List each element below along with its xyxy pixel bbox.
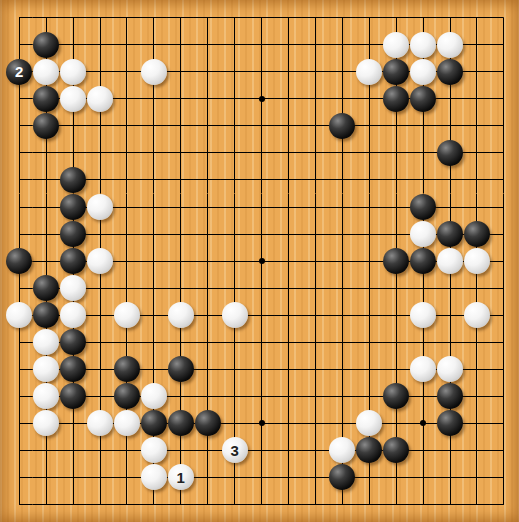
intersection-9-16[interactable] — [248, 437, 275, 464]
intersection-7-1[interactable] — [194, 31, 221, 58]
intersection-5-17[interactable] — [140, 464, 167, 491]
intersection-13-14[interactable] — [356, 383, 383, 410]
intersection-4-18[interactable] — [113, 491, 140, 518]
intersection-4-4[interactable] — [113, 112, 140, 139]
intersection-0-6[interactable] — [6, 166, 33, 193]
intersection-18-6[interactable] — [490, 166, 517, 193]
intersection-8-1[interactable] — [221, 31, 248, 58]
intersection-15-4[interactable] — [410, 112, 437, 139]
intersection-6-18[interactable] — [167, 491, 194, 518]
intersection-2-2[interactable] — [60, 58, 87, 85]
intersection-12-17[interactable] — [329, 464, 356, 491]
intersection-14-10[interactable] — [383, 275, 410, 302]
intersection-7-8[interactable] — [194, 221, 221, 248]
intersection-7-12[interactable] — [194, 329, 221, 356]
intersection-11-1[interactable] — [302, 31, 329, 58]
intersection-2-12[interactable] — [60, 329, 87, 356]
intersection-6-7[interactable] — [167, 194, 194, 221]
intersection-14-12[interactable] — [383, 329, 410, 356]
intersection-7-6[interactable] — [194, 166, 221, 193]
intersection-12-10[interactable] — [329, 275, 356, 302]
intersection-2-6[interactable] — [60, 166, 87, 193]
intersection-13-5[interactable] — [356, 139, 383, 166]
intersection-16-16[interactable] — [437, 437, 464, 464]
intersection-10-5[interactable] — [275, 139, 302, 166]
intersection-10-7[interactable] — [275, 194, 302, 221]
intersection-9-3[interactable] — [248, 85, 275, 112]
intersection-8-14[interactable] — [221, 383, 248, 410]
intersection-15-9[interactable] — [410, 248, 437, 275]
intersection-13-9[interactable] — [356, 248, 383, 275]
intersection-6-1[interactable] — [167, 31, 194, 58]
intersection-8-0[interactable] — [221, 4, 248, 31]
intersection-3-8[interactable] — [87, 221, 114, 248]
intersection-9-11[interactable] — [248, 302, 275, 329]
intersection-16-11[interactable] — [437, 302, 464, 329]
intersection-17-11[interactable] — [463, 302, 490, 329]
intersection-11-2[interactable] — [302, 58, 329, 85]
intersection-11-9[interactable] — [302, 248, 329, 275]
intersection-8-2[interactable] — [221, 58, 248, 85]
intersection-4-8[interactable] — [113, 221, 140, 248]
intersection-17-16[interactable] — [463, 437, 490, 464]
intersection-4-17[interactable] — [113, 464, 140, 491]
intersection-14-18[interactable] — [383, 491, 410, 518]
intersection-14-15[interactable] — [383, 410, 410, 437]
intersection-10-9[interactable] — [275, 248, 302, 275]
intersection-9-8[interactable] — [248, 221, 275, 248]
intersection-6-17[interactable]: 1 — [167, 464, 194, 491]
intersection-4-16[interactable] — [113, 437, 140, 464]
intersection-12-4[interactable] — [329, 112, 356, 139]
intersection-4-14[interactable] — [113, 383, 140, 410]
intersection-7-9[interactable] — [194, 248, 221, 275]
intersection-14-2[interactable] — [383, 58, 410, 85]
intersection-11-0[interactable] — [302, 4, 329, 31]
intersection-8-13[interactable] — [221, 356, 248, 383]
intersection-0-8[interactable] — [6, 221, 33, 248]
intersection-0-0[interactable] — [6, 4, 33, 31]
intersection-2-8[interactable] — [60, 221, 87, 248]
intersection-2-17[interactable] — [60, 464, 87, 491]
intersection-10-8[interactable] — [275, 221, 302, 248]
intersection-1-4[interactable] — [33, 112, 60, 139]
intersection-8-17[interactable] — [221, 464, 248, 491]
intersection-17-13[interactable] — [463, 356, 490, 383]
intersection-10-16[interactable] — [275, 437, 302, 464]
intersection-14-6[interactable] — [383, 166, 410, 193]
intersection-15-17[interactable] — [410, 464, 437, 491]
intersection-3-13[interactable] — [87, 356, 114, 383]
intersection-17-6[interactable] — [463, 166, 490, 193]
intersection-15-16[interactable] — [410, 437, 437, 464]
intersection-11-5[interactable] — [302, 139, 329, 166]
intersection-2-0[interactable] — [60, 4, 87, 31]
intersection-3-4[interactable] — [87, 112, 114, 139]
intersection-16-12[interactable] — [437, 329, 464, 356]
intersection-5-12[interactable] — [140, 329, 167, 356]
intersection-7-16[interactable] — [194, 437, 221, 464]
intersection-11-7[interactable] — [302, 194, 329, 221]
intersection-5-1[interactable] — [140, 31, 167, 58]
intersection-5-11[interactable] — [140, 302, 167, 329]
intersection-7-11[interactable] — [194, 302, 221, 329]
intersection-0-10[interactable] — [6, 275, 33, 302]
intersection-4-13[interactable] — [113, 356, 140, 383]
intersection-7-4[interactable] — [194, 112, 221, 139]
intersection-8-10[interactable] — [221, 275, 248, 302]
intersection-7-5[interactable] — [194, 139, 221, 166]
intersection-2-9[interactable] — [60, 248, 87, 275]
intersection-0-4[interactable] — [6, 112, 33, 139]
intersection-2-7[interactable] — [60, 194, 87, 221]
intersection-4-10[interactable] — [113, 275, 140, 302]
intersection-10-13[interactable] — [275, 356, 302, 383]
intersection-4-15[interactable] — [113, 410, 140, 437]
intersection-15-3[interactable] — [410, 85, 437, 112]
intersection-9-10[interactable] — [248, 275, 275, 302]
intersection-12-5[interactable] — [329, 139, 356, 166]
intersection-4-7[interactable] — [113, 194, 140, 221]
intersection-1-8[interactable] — [33, 221, 60, 248]
intersection-18-8[interactable] — [490, 221, 517, 248]
intersection-2-3[interactable] — [60, 85, 87, 112]
intersection-6-15[interactable] — [167, 410, 194, 437]
intersection-3-10[interactable] — [87, 275, 114, 302]
intersection-5-16[interactable] — [140, 437, 167, 464]
intersection-17-18[interactable] — [463, 491, 490, 518]
intersection-14-17[interactable] — [383, 464, 410, 491]
intersection-16-0[interactable] — [437, 4, 464, 31]
intersection-14-7[interactable] — [383, 194, 410, 221]
intersection-18-10[interactable] — [490, 275, 517, 302]
intersection-0-9[interactable] — [6, 248, 33, 275]
intersection-8-18[interactable] — [221, 491, 248, 518]
intersection-14-1[interactable] — [383, 31, 410, 58]
intersection-0-15[interactable] — [6, 410, 33, 437]
intersection-1-5[interactable] — [33, 139, 60, 166]
intersection-18-4[interactable] — [490, 112, 517, 139]
intersection-8-12[interactable] — [221, 329, 248, 356]
intersection-6-8[interactable] — [167, 221, 194, 248]
intersection-1-13[interactable] — [33, 356, 60, 383]
intersection-9-15[interactable] — [248, 410, 275, 437]
intersection-1-0[interactable] — [33, 4, 60, 31]
intersection-0-14[interactable] — [6, 383, 33, 410]
intersection-6-6[interactable] — [167, 166, 194, 193]
intersection-18-2[interactable] — [490, 58, 517, 85]
intersection-0-5[interactable] — [6, 139, 33, 166]
intersection-8-9[interactable] — [221, 248, 248, 275]
intersection-8-8[interactable] — [221, 221, 248, 248]
intersection-13-0[interactable] — [356, 4, 383, 31]
intersection-13-7[interactable] — [356, 194, 383, 221]
intersection-18-5[interactable] — [490, 139, 517, 166]
intersection-12-7[interactable] — [329, 194, 356, 221]
intersection-8-11[interactable] — [221, 302, 248, 329]
intersection-14-0[interactable] — [383, 4, 410, 31]
intersection-5-8[interactable] — [140, 221, 167, 248]
intersection-18-14[interactable] — [490, 383, 517, 410]
intersection-15-11[interactable] — [410, 302, 437, 329]
intersection-18-12[interactable] — [490, 329, 517, 356]
intersection-13-10[interactable] — [356, 275, 383, 302]
intersection-12-11[interactable] — [329, 302, 356, 329]
intersection-6-14[interactable] — [167, 383, 194, 410]
intersection-7-17[interactable] — [194, 464, 221, 491]
intersection-18-1[interactable] — [490, 31, 517, 58]
intersection-6-5[interactable] — [167, 139, 194, 166]
intersection-4-5[interactable] — [113, 139, 140, 166]
intersection-6-12[interactable] — [167, 329, 194, 356]
intersection-10-10[interactable] — [275, 275, 302, 302]
intersection-6-9[interactable] — [167, 248, 194, 275]
intersection-1-14[interactable] — [33, 383, 60, 410]
intersection-14-16[interactable] — [383, 437, 410, 464]
intersection-12-13[interactable] — [329, 356, 356, 383]
intersection-16-2[interactable] — [437, 58, 464, 85]
intersection-16-3[interactable] — [437, 85, 464, 112]
intersection-3-11[interactable] — [87, 302, 114, 329]
intersection-5-13[interactable] — [140, 356, 167, 383]
intersection-17-14[interactable] — [463, 383, 490, 410]
intersection-14-5[interactable] — [383, 139, 410, 166]
intersection-9-18[interactable] — [248, 491, 275, 518]
intersection-13-2[interactable] — [356, 58, 383, 85]
intersection-10-2[interactable] — [275, 58, 302, 85]
intersection-13-13[interactable] — [356, 356, 383, 383]
intersection-1-6[interactable] — [33, 166, 60, 193]
intersection-7-18[interactable] — [194, 491, 221, 518]
intersection-3-12[interactable] — [87, 329, 114, 356]
intersection-6-13[interactable] — [167, 356, 194, 383]
intersection-15-13[interactable] — [410, 356, 437, 383]
intersection-1-15[interactable] — [33, 410, 60, 437]
intersection-7-13[interactable] — [194, 356, 221, 383]
intersection-0-2[interactable]: 2 — [6, 58, 33, 85]
intersection-9-14[interactable] — [248, 383, 275, 410]
intersection-9-9[interactable] — [248, 248, 275, 275]
intersection-14-4[interactable] — [383, 112, 410, 139]
intersection-11-18[interactable] — [302, 491, 329, 518]
intersection-12-6[interactable] — [329, 166, 356, 193]
intersection-10-6[interactable] — [275, 166, 302, 193]
intersection-11-11[interactable] — [302, 302, 329, 329]
intersection-1-2[interactable] — [33, 58, 60, 85]
intersection-4-3[interactable] — [113, 85, 140, 112]
intersection-13-15[interactable] — [356, 410, 383, 437]
intersection-14-13[interactable] — [383, 356, 410, 383]
intersection-11-4[interactable] — [302, 112, 329, 139]
intersection-18-13[interactable] — [490, 356, 517, 383]
intersection-7-10[interactable] — [194, 275, 221, 302]
intersection-15-18[interactable] — [410, 491, 437, 518]
intersection-8-6[interactable] — [221, 166, 248, 193]
intersection-7-15[interactable] — [194, 410, 221, 437]
intersection-6-0[interactable] — [167, 4, 194, 31]
intersection-3-6[interactable] — [87, 166, 114, 193]
intersection-5-9[interactable] — [140, 248, 167, 275]
intersection-18-3[interactable] — [490, 85, 517, 112]
intersection-11-13[interactable] — [302, 356, 329, 383]
intersection-12-1[interactable] — [329, 31, 356, 58]
intersection-0-17[interactable] — [6, 464, 33, 491]
intersection-12-9[interactable] — [329, 248, 356, 275]
intersection-7-0[interactable] — [194, 4, 221, 31]
intersection-3-15[interactable] — [87, 410, 114, 437]
intersection-14-14[interactable] — [383, 383, 410, 410]
intersection-6-2[interactable] — [167, 58, 194, 85]
intersection-12-8[interactable] — [329, 221, 356, 248]
intersection-9-1[interactable] — [248, 31, 275, 58]
intersection-7-3[interactable] — [194, 85, 221, 112]
intersection-11-10[interactable] — [302, 275, 329, 302]
intersection-12-16[interactable] — [329, 437, 356, 464]
intersection-16-15[interactable] — [437, 410, 464, 437]
intersection-18-0[interactable] — [490, 4, 517, 31]
intersection-11-8[interactable] — [302, 221, 329, 248]
intersection-5-10[interactable] — [140, 275, 167, 302]
intersection-13-1[interactable] — [356, 31, 383, 58]
intersection-9-0[interactable] — [248, 4, 275, 31]
intersection-0-3[interactable] — [6, 85, 33, 112]
intersection-15-2[interactable] — [410, 58, 437, 85]
intersection-16-10[interactable] — [437, 275, 464, 302]
intersection-0-1[interactable] — [6, 31, 33, 58]
intersection-15-6[interactable] — [410, 166, 437, 193]
intersection-17-9[interactable] — [463, 248, 490, 275]
intersection-14-3[interactable] — [383, 85, 410, 112]
intersection-15-14[interactable] — [410, 383, 437, 410]
intersection-4-6[interactable] — [113, 166, 140, 193]
intersection-8-4[interactable] — [221, 112, 248, 139]
intersection-4-9[interactable] — [113, 248, 140, 275]
intersection-16-8[interactable] — [437, 221, 464, 248]
intersection-5-7[interactable] — [140, 194, 167, 221]
intersection-1-17[interactable] — [33, 464, 60, 491]
intersection-9-2[interactable] — [248, 58, 275, 85]
intersection-14-9[interactable] — [383, 248, 410, 275]
intersection-17-12[interactable] — [463, 329, 490, 356]
intersection-16-14[interactable] — [437, 383, 464, 410]
intersection-10-15[interactable] — [275, 410, 302, 437]
intersection-6-10[interactable] — [167, 275, 194, 302]
intersection-16-9[interactable] — [437, 248, 464, 275]
intersection-14-8[interactable] — [383, 221, 410, 248]
intersection-15-5[interactable] — [410, 139, 437, 166]
intersection-11-3[interactable] — [302, 85, 329, 112]
intersection-5-15[interactable] — [140, 410, 167, 437]
intersection-9-12[interactable] — [248, 329, 275, 356]
intersection-3-0[interactable] — [87, 4, 114, 31]
intersection-12-14[interactable] — [329, 383, 356, 410]
intersection-5-0[interactable] — [140, 4, 167, 31]
intersection-13-18[interactable] — [356, 491, 383, 518]
intersection-7-2[interactable] — [194, 58, 221, 85]
intersection-1-18[interactable] — [33, 491, 60, 518]
intersection-4-12[interactable] — [113, 329, 140, 356]
intersection-9-17[interactable] — [248, 464, 275, 491]
intersection-16-1[interactable] — [437, 31, 464, 58]
intersection-17-0[interactable] — [463, 4, 490, 31]
intersection-18-18[interactable] — [490, 491, 517, 518]
intersection-11-15[interactable] — [302, 410, 329, 437]
intersection-9-4[interactable] — [248, 112, 275, 139]
intersection-17-1[interactable] — [463, 31, 490, 58]
intersection-4-2[interactable] — [113, 58, 140, 85]
intersection-0-13[interactable] — [6, 356, 33, 383]
intersection-3-5[interactable] — [87, 139, 114, 166]
intersection-13-4[interactable] — [356, 112, 383, 139]
intersection-12-0[interactable] — [329, 4, 356, 31]
intersection-3-3[interactable] — [87, 85, 114, 112]
intersection-16-18[interactable] — [437, 491, 464, 518]
intersection-13-16[interactable] — [356, 437, 383, 464]
intersection-17-7[interactable] — [463, 194, 490, 221]
intersection-6-3[interactable] — [167, 85, 194, 112]
intersection-6-4[interactable] — [167, 112, 194, 139]
intersection-2-11[interactable] — [60, 302, 87, 329]
intersection-2-5[interactable] — [60, 139, 87, 166]
intersection-13-6[interactable] — [356, 166, 383, 193]
intersection-12-12[interactable] — [329, 329, 356, 356]
intersection-9-6[interactable] — [248, 166, 275, 193]
intersection-5-18[interactable] — [140, 491, 167, 518]
intersection-1-12[interactable] — [33, 329, 60, 356]
intersection-1-1[interactable] — [33, 31, 60, 58]
intersection-3-16[interactable] — [87, 437, 114, 464]
intersection-9-13[interactable] — [248, 356, 275, 383]
intersection-13-3[interactable] — [356, 85, 383, 112]
intersection-15-8[interactable] — [410, 221, 437, 248]
intersection-5-2[interactable] — [140, 58, 167, 85]
intersection-5-6[interactable] — [140, 166, 167, 193]
intersection-13-17[interactable] — [356, 464, 383, 491]
intersection-10-11[interactable] — [275, 302, 302, 329]
intersection-3-1[interactable] — [87, 31, 114, 58]
intersection-15-1[interactable] — [410, 31, 437, 58]
intersection-10-0[interactable] — [275, 4, 302, 31]
intersection-13-8[interactable] — [356, 221, 383, 248]
intersection-16-7[interactable] — [437, 194, 464, 221]
intersection-14-11[interactable] — [383, 302, 410, 329]
intersection-7-14[interactable] — [194, 383, 221, 410]
intersection-5-3[interactable] — [140, 85, 167, 112]
intersection-15-7[interactable] — [410, 194, 437, 221]
intersection-4-0[interactable] — [113, 4, 140, 31]
intersection-11-12[interactable] — [302, 329, 329, 356]
intersection-3-2[interactable] — [87, 58, 114, 85]
intersection-4-1[interactable] — [113, 31, 140, 58]
intersection-11-14[interactable] — [302, 383, 329, 410]
intersection-18-11[interactable] — [490, 302, 517, 329]
intersection-10-4[interactable] — [275, 112, 302, 139]
intersection-17-5[interactable] — [463, 139, 490, 166]
intersection-1-7[interactable] — [33, 194, 60, 221]
intersection-18-16[interactable] — [490, 437, 517, 464]
intersection-17-15[interactable] — [463, 410, 490, 437]
intersection-2-16[interactable] — [60, 437, 87, 464]
intersection-13-11[interactable] — [356, 302, 383, 329]
intersection-10-17[interactable] — [275, 464, 302, 491]
intersection-1-9[interactable] — [33, 248, 60, 275]
intersection-2-15[interactable] — [60, 410, 87, 437]
intersection-17-3[interactable] — [463, 85, 490, 112]
intersection-17-4[interactable] — [463, 112, 490, 139]
intersection-2-1[interactable] — [60, 31, 87, 58]
intersection-7-7[interactable] — [194, 194, 221, 221]
intersection-5-14[interactable] — [140, 383, 167, 410]
